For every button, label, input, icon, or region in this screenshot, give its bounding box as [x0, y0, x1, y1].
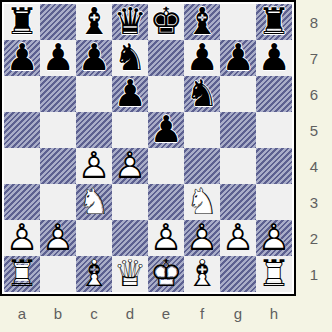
white-pawn-h2[interactable]: ♟♙: [256, 220, 292, 256]
black-rook-a8[interactable]: ♜: [5, 4, 38, 40]
white-rook-a1[interactable]: ♜♖: [4, 256, 40, 292]
square-b8[interactable]: [40, 4, 76, 40]
black-bishop-c8[interactable]: ♝: [77, 4, 110, 40]
square-a1[interactable]: ♜♖: [4, 256, 40, 292]
white-pawn-a2[interactable]: ♟♙: [4, 220, 40, 256]
square-d8[interactable]: ♛: [112, 4, 148, 40]
square-h7[interactable]: ♟: [256, 40, 292, 76]
square-e6[interactable]: [148, 76, 184, 112]
black-pawn-a7[interactable]: ♟: [5, 40, 38, 76]
white-knight-c3[interactable]: ♞♘: [76, 184, 112, 220]
square-c8[interactable]: ♝: [76, 4, 112, 40]
square-h3[interactable]: [256, 184, 292, 220]
square-b5[interactable]: [40, 112, 76, 148]
white-king-e1[interactable]: ♚♔: [148, 256, 184, 292]
square-d3[interactable]: [112, 184, 148, 220]
black-rook-h8[interactable]: ♜: [257, 4, 290, 40]
chess-board: ♜♝♛♚♝♜♟♟♟♞♟♟♟♟♞♟♟♙♟♙♞♘♞♘♟♙♟♙♟♙♟♙♟♙♟♙♜♖♝♗…: [0, 0, 296, 296]
square-f8[interactable]: ♝: [184, 4, 220, 40]
rank-label-6: 6: [296, 76, 332, 112]
square-a2[interactable]: ♟♙: [4, 220, 40, 256]
black-pawn-h7[interactable]: ♟: [257, 40, 290, 76]
black-king-e8[interactable]: ♚: [149, 4, 182, 40]
square-d7[interactable]: ♞: [112, 40, 148, 76]
square-h8[interactable]: ♜: [256, 4, 292, 40]
white-pawn-g2[interactable]: ♟♙: [220, 220, 256, 256]
square-g5[interactable]: [220, 112, 256, 148]
square-g4[interactable]: [220, 148, 256, 184]
square-b2[interactable]: ♟♙: [40, 220, 76, 256]
black-pawn-c7[interactable]: ♟: [77, 40, 110, 76]
file-label-f: f: [184, 298, 220, 328]
white-bishop-c1[interactable]: ♝♗: [76, 256, 112, 292]
square-g3[interactable]: [220, 184, 256, 220]
file-label-h: h: [256, 298, 292, 328]
white-pawn-c4[interactable]: ♟♙: [76, 148, 112, 184]
square-e2[interactable]: ♟♙: [148, 220, 184, 256]
square-a8[interactable]: ♜: [4, 4, 40, 40]
square-h5[interactable]: [256, 112, 292, 148]
rank-label-4: 4: [296, 148, 332, 184]
square-e3[interactable]: [148, 184, 184, 220]
square-a3[interactable]: [4, 184, 40, 220]
black-queen-d8[interactable]: ♛: [113, 4, 146, 40]
white-bishop-f1[interactable]: ♝♗: [184, 256, 220, 292]
square-d1[interactable]: ♛♕: [112, 256, 148, 292]
square-f7[interactable]: ♟: [184, 40, 220, 76]
white-pawn-d4[interactable]: ♟♙: [112, 148, 148, 184]
square-g7[interactable]: ♟: [220, 40, 256, 76]
white-pawn-f2[interactable]: ♟♙: [184, 220, 220, 256]
square-b6[interactable]: [40, 76, 76, 112]
black-knight-d7[interactable]: ♞: [113, 40, 146, 76]
square-a7[interactable]: ♟: [4, 40, 40, 76]
square-e7[interactable]: [148, 40, 184, 76]
square-f5[interactable]: [184, 112, 220, 148]
rank-label-3: 3: [296, 184, 332, 220]
square-c3[interactable]: ♞♘: [76, 184, 112, 220]
square-e8[interactable]: ♚: [148, 4, 184, 40]
square-f6[interactable]: ♞: [184, 76, 220, 112]
square-b1[interactable]: [40, 256, 76, 292]
square-a5[interactable]: [4, 112, 40, 148]
square-h1[interactable]: ♜♖: [256, 256, 292, 292]
square-a4[interactable]: [4, 148, 40, 184]
file-label-e: e: [148, 298, 184, 328]
rank-label-8: 8: [296, 4, 332, 40]
square-g1[interactable]: [220, 256, 256, 292]
square-h4[interactable]: [256, 148, 292, 184]
square-g8[interactable]: [220, 4, 256, 40]
black-bishop-f8[interactable]: ♝: [185, 4, 218, 40]
white-rook-h1[interactable]: ♜♖: [256, 256, 292, 292]
white-queen-d1[interactable]: ♛♕: [112, 256, 148, 292]
file-label-b: b: [40, 298, 76, 328]
file-label-a: a: [4, 298, 40, 328]
square-f4[interactable]: [184, 148, 220, 184]
square-f2[interactable]: ♟♙: [184, 220, 220, 256]
square-e1[interactable]: ♚♔: [148, 256, 184, 292]
square-d4[interactable]: ♟♙: [112, 148, 148, 184]
rank-label-2: 2: [296, 220, 332, 256]
black-pawn-f7[interactable]: ♟: [185, 40, 218, 76]
square-d6[interactable]: ♟: [112, 76, 148, 112]
white-pawn-b2[interactable]: ♟♙: [40, 220, 76, 256]
square-b3[interactable]: [40, 184, 76, 220]
board-grid: ♜♝♛♚♝♜♟♟♟♞♟♟♟♟♞♟♟♙♟♙♞♘♞♘♟♙♟♙♟♙♟♙♟♙♟♙♜♖♝♗…: [4, 4, 292, 292]
white-knight-f3[interactable]: ♞♘: [184, 184, 220, 220]
file-labels: a b c d e f g h: [4, 298, 292, 328]
square-g2[interactable]: ♟♙: [220, 220, 256, 256]
square-c7[interactable]: ♟: [76, 40, 112, 76]
square-e5[interactable]: ♟: [148, 112, 184, 148]
square-c1[interactable]: ♝♗: [76, 256, 112, 292]
rank-labels: 8 7 6 5 4 3 2 1: [296, 4, 332, 292]
file-label-c: c: [76, 298, 112, 328]
rank-label-1: 1: [296, 256, 332, 292]
square-h2[interactable]: ♟♙: [256, 220, 292, 256]
chess-diagram: ♜♝♛♚♝♜♟♟♟♞♟♟♟♟♞♟♟♙♟♙♞♘♞♘♟♙♟♙♟♙♟♙♟♙♟♙♜♖♝♗…: [0, 0, 332, 332]
square-c4[interactable]: ♟♙: [76, 148, 112, 184]
square-b7[interactable]: ♟: [40, 40, 76, 76]
white-pawn-e2[interactable]: ♟♙: [148, 220, 184, 256]
square-c5[interactable]: [76, 112, 112, 148]
black-pawn-d6[interactable]: ♟: [113, 76, 146, 112]
file-label-g: g: [220, 298, 256, 328]
square-b4[interactable]: [40, 148, 76, 184]
square-a6[interactable]: [4, 76, 40, 112]
square-c2[interactable]: [76, 220, 112, 256]
black-pawn-e5[interactable]: ♟: [149, 112, 182, 148]
square-f1[interactable]: ♝♗: [184, 256, 220, 292]
black-knight-f6[interactable]: ♞: [185, 76, 218, 112]
square-e4[interactable]: [148, 148, 184, 184]
square-d5[interactable]: [112, 112, 148, 148]
square-f3[interactable]: ♞♘: [184, 184, 220, 220]
square-g6[interactable]: [220, 76, 256, 112]
square-c6[interactable]: [76, 76, 112, 112]
square-h6[interactable]: [256, 76, 292, 112]
square-d2[interactable]: [112, 220, 148, 256]
black-pawn-g7[interactable]: ♟: [221, 40, 254, 76]
rank-label-5: 5: [296, 112, 332, 148]
file-label-d: d: [112, 298, 148, 328]
black-pawn-b7[interactable]: ♟: [41, 40, 74, 76]
rank-label-7: 7: [296, 40, 332, 76]
